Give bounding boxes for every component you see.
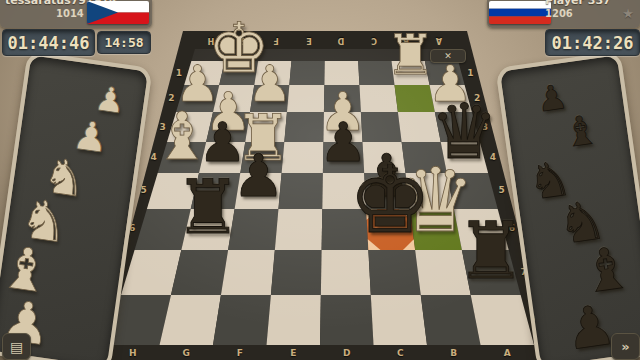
coordinate-label-F: F [237, 348, 243, 358]
star-icon[interactable]: ★ [622, 6, 634, 21]
captured-piece-bB: ♝ [560, 109, 601, 154]
coordinate-label-E: E [306, 36, 311, 45]
menu-icon: ▤ [10, 339, 23, 355]
piece-bR-g6[interactable]: ♜ [175, 171, 242, 246]
coordinate-label-D: D [343, 348, 350, 358]
close-icon: ✕ [444, 51, 452, 61]
piece-bK-c6[interactable]: ♚ [348, 153, 432, 246]
close-button[interactable]: ✕ [430, 49, 466, 63]
clock-right: 01:42:26 [545, 29, 640, 56]
piece-bR-a7[interactable]: ♜ [456, 212, 526, 291]
coordinate-label-5: 5 [140, 185, 146, 195]
player-rating-left: 1014 [56, 8, 84, 19]
coordinate-label-C: C [397, 348, 404, 358]
player-panel-right: Player 337 1206 ★ [487, 0, 640, 28]
coordinate-label-E: E [290, 348, 296, 358]
clock-left: 01:44:46 [2, 29, 95, 56]
flip-board-button[interactable]: » [611, 333, 640, 360]
captured-piece-wP: ♟ [92, 81, 127, 119]
coordinate-label-A: A [436, 36, 442, 45]
coordinate-label-C: C [371, 36, 377, 45]
player-panel-left: tessaratus791914 1014 [0, 0, 152, 28]
menu-button[interactable]: ▤ [2, 333, 31, 360]
coordinate-label-G: G [183, 348, 190, 358]
chess-app-screen: HGFEDCBAHGFEDCBA1122334455667788♚♜♟♟♟♟♟♜… [0, 0, 640, 360]
player-rating-right: 1206 [545, 8, 573, 19]
coordinate-label-D: D [338, 36, 345, 45]
coordinate-label-5: 5 [498, 185, 504, 195]
move-timer-left: 14:58 [97, 31, 151, 54]
coordinate-label-F: F [274, 36, 279, 45]
czech-flag-icon [87, 1, 149, 24]
fast-forward-icon: » [621, 339, 629, 354]
coordinate-label-B: B [450, 348, 457, 358]
player-name-right: Player 337 [545, 0, 611, 7]
coordinate-label-H: H [129, 348, 137, 358]
russian-flag-icon [489, 1, 551, 24]
coordinate-label-A: A [504, 348, 511, 358]
